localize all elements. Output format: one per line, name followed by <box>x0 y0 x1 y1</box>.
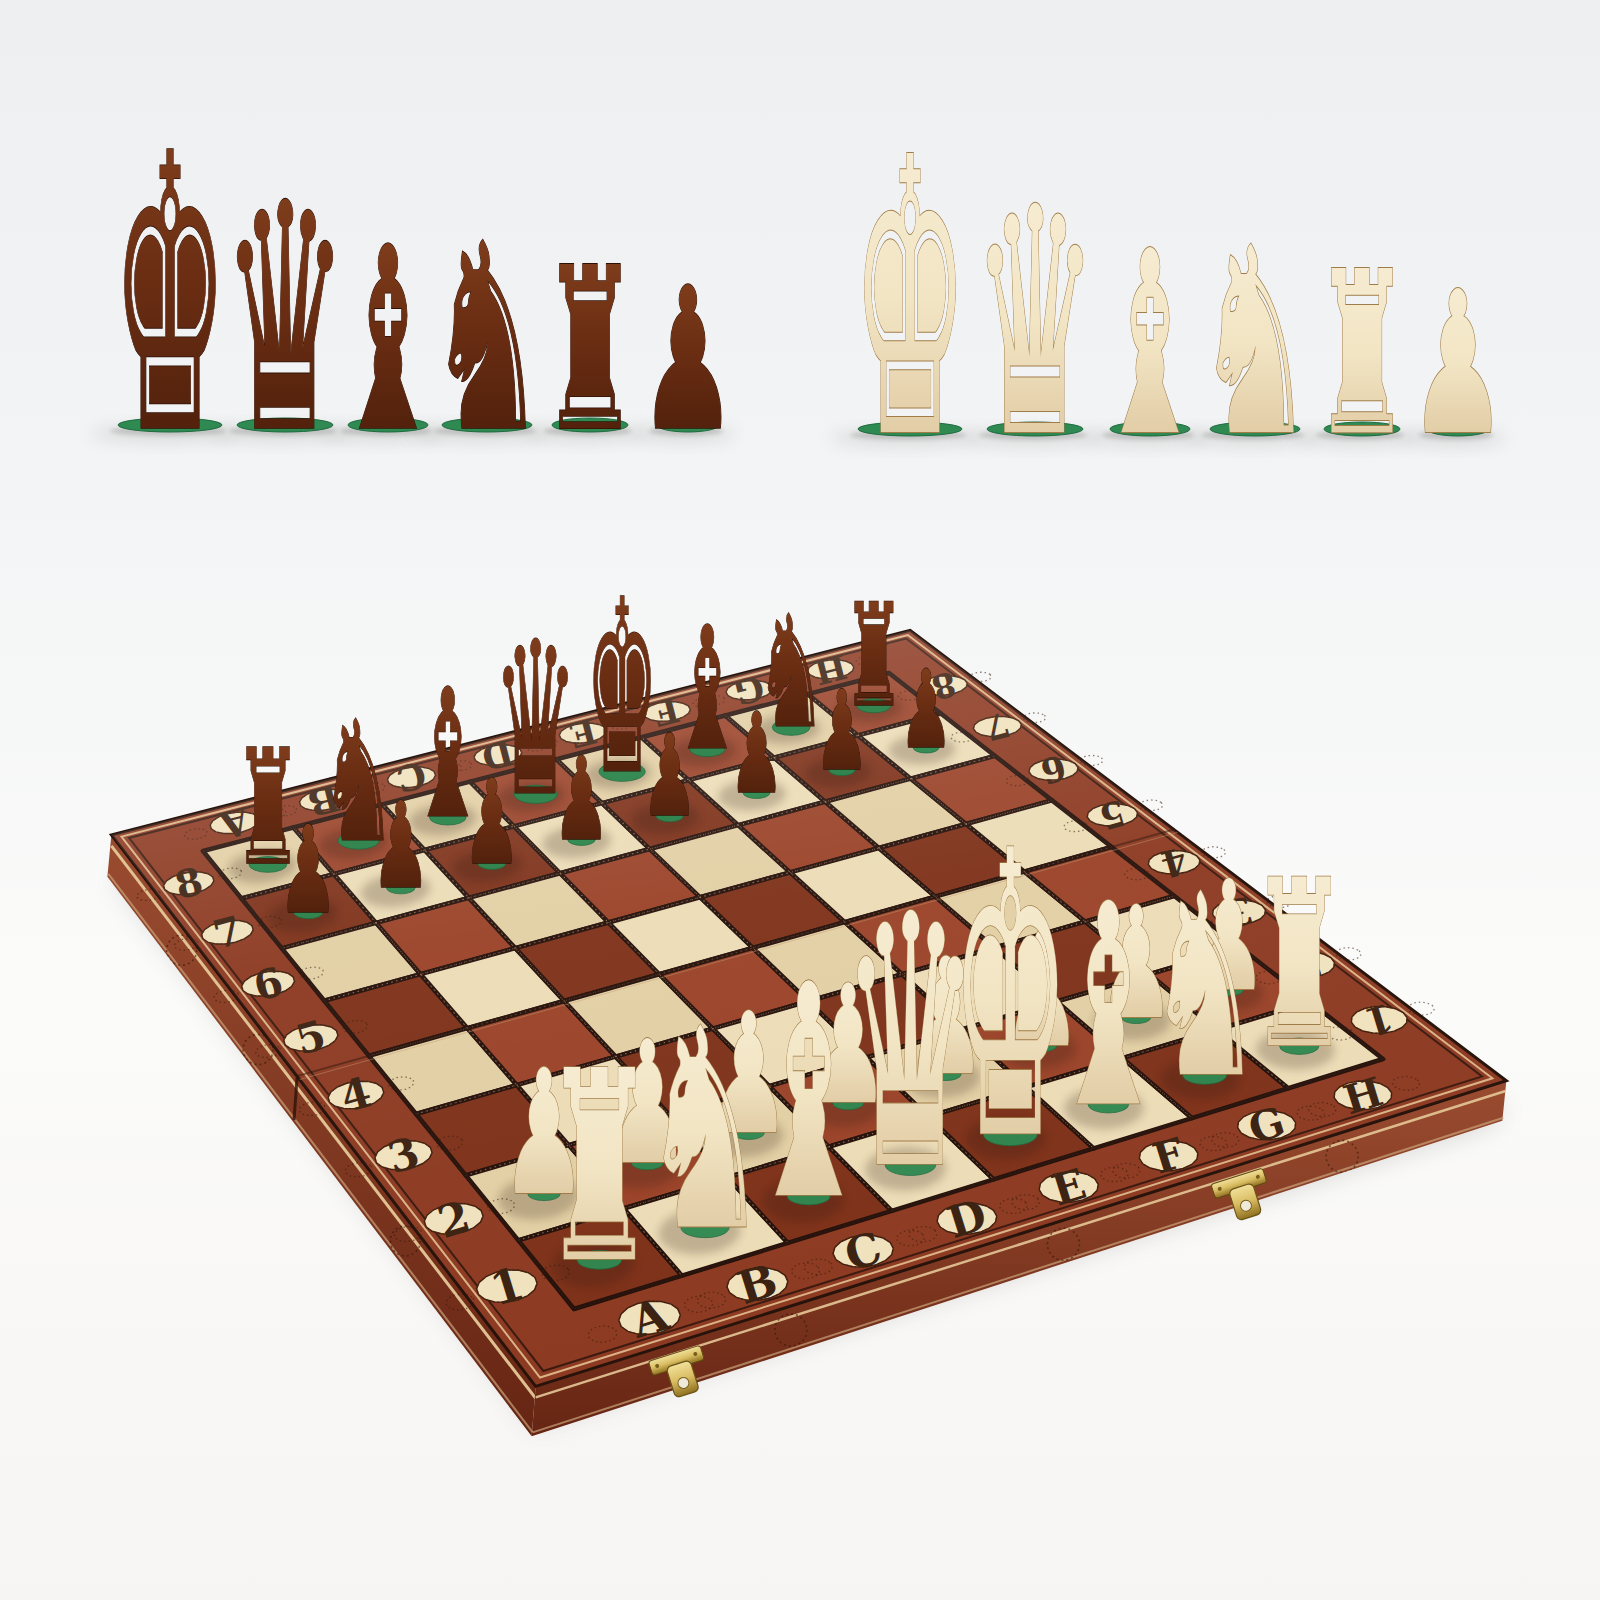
display-black-king: ♚ <box>112 73 228 518</box>
display-white-pawn: ♟ <box>1409 249 1508 479</box>
piece-white-knight-g1: ♞ <box>1146 841 1263 1133</box>
piece-black-pawn-e7: ♟ <box>641 710 698 842</box>
display-white-queen: ♛ <box>972 141 1099 506</box>
piece-black-pawn-b7: ♟ <box>371 776 431 915</box>
piece-black-pawn-g7: ♟ <box>814 667 869 795</box>
piece-black-pawn-c7: ♟ <box>462 754 521 890</box>
display-black-pawn: ♟ <box>639 245 738 475</box>
display-black-queen: ♛ <box>222 137 349 502</box>
display-black-rook: ♜ <box>542 219 639 482</box>
piece-white-rook-a1: ♜ <box>543 1015 656 1321</box>
piece-black-pawn-f7: ♟ <box>729 689 785 817</box>
display-black-knight: ♞ <box>427 188 547 488</box>
display-white-rook: ♜ <box>1314 223 1411 486</box>
display-black-bishop: ♝ <box>334 193 443 488</box>
display-white-king: ♚ <box>852 77 968 522</box>
chess-set-product-photo: AABBCCDDEEFFGGHH1122334455667788♜♞♝♛♚♝♞♜… <box>0 0 1600 1600</box>
display-white-knight: ♞ <box>1195 192 1315 492</box>
piece-black-pawn-h7: ♟ <box>899 647 953 773</box>
display-white-bishop: ♝ <box>1096 197 1205 492</box>
scene-canvas: AABBCCDDEEFFGGHH1122334455667788♜♞♝♛♚♝♞♜… <box>0 0 1600 1600</box>
piece-white-rook-h1: ♜ <box>1250 831 1349 1100</box>
piece-black-pawn-a7: ♟ <box>278 799 339 940</box>
display-piece-rows: ♚♛♝♞♜♟♚♛♝♞♜♟ <box>90 73 1507 522</box>
piece-black-pawn-d7: ♟ <box>553 731 611 865</box>
